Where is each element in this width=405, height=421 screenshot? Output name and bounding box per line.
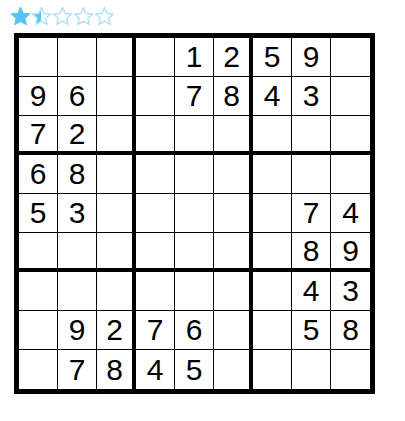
cell-r6c3[interactable] <box>97 233 136 272</box>
cell-r1c3[interactable] <box>97 38 136 77</box>
cell-r4c4[interactable] <box>136 155 175 194</box>
cell-r9c4[interactable]: 4 <box>136 350 175 389</box>
cell-r5c2[interactable]: 3 <box>58 194 97 233</box>
cell-r7c2[interactable] <box>58 272 97 311</box>
cell-r9c7[interactable] <box>253 350 292 389</box>
cell-r5c1[interactable]: 5 <box>19 194 58 233</box>
cell-r9c3[interactable]: 8 <box>97 350 136 389</box>
cell-r4c5[interactable] <box>175 155 214 194</box>
cell-r8c4[interactable]: 7 <box>136 311 175 350</box>
cell-r5c9[interactable]: 4 <box>331 194 370 233</box>
cell-r1c2[interactable] <box>58 38 97 77</box>
cell-r3c9[interactable] <box>331 116 370 155</box>
cell-r5c5[interactable] <box>175 194 214 233</box>
cell-r2c1[interactable]: 9 <box>19 77 58 116</box>
cell-r9c5[interactable]: 5 <box>175 350 214 389</box>
cell-r7c3[interactable] <box>97 272 136 311</box>
cell-r4c8[interactable] <box>292 155 331 194</box>
cell-r7c9[interactable]: 3 <box>331 272 370 311</box>
cell-r2c8[interactable]: 3 <box>292 77 331 116</box>
cell-r2c7[interactable]: 4 <box>253 77 292 116</box>
cell-r7c6[interactable] <box>214 272 253 311</box>
cell-r8c3[interactable]: 2 <box>97 311 136 350</box>
cell-r2c6[interactable]: 8 <box>214 77 253 116</box>
cell-r6c7[interactable] <box>253 233 292 272</box>
cell-r2c4[interactable] <box>136 77 175 116</box>
cell-r3c6[interactable] <box>214 116 253 155</box>
cell-r6c9[interactable]: 9 <box>331 233 370 272</box>
cell-r5c6[interactable] <box>214 194 253 233</box>
cell-r2c3[interactable] <box>97 77 136 116</box>
cell-r5c8[interactable]: 7 <box>292 194 331 233</box>
cell-r1c5[interactable]: 1 <box>175 38 214 77</box>
cell-r6c2[interactable] <box>58 233 97 272</box>
cell-r6c8[interactable]: 8 <box>292 233 331 272</box>
cell-r7c5[interactable] <box>175 272 214 311</box>
star-icon-empty <box>94 6 115 27</box>
cell-r7c7[interactable] <box>253 272 292 311</box>
cell-r1c6[interactable]: 2 <box>214 38 253 77</box>
cell-r2c5[interactable]: 7 <box>175 77 214 116</box>
cell-r3c4[interactable] <box>136 116 175 155</box>
cell-r3c2[interactable]: 2 <box>58 116 97 155</box>
cell-r8c5[interactable]: 6 <box>175 311 214 350</box>
cell-r5c7[interactable] <box>253 194 292 233</box>
cell-r1c7[interactable]: 5 <box>253 38 292 77</box>
cell-r3c5[interactable] <box>175 116 214 155</box>
cell-r6c4[interactable] <box>136 233 175 272</box>
cell-r4c6[interactable] <box>214 155 253 194</box>
cell-r7c1[interactable] <box>19 272 58 311</box>
cell-r4c2[interactable]: 8 <box>58 155 97 194</box>
cell-r2c2[interactable]: 6 <box>58 77 97 116</box>
cell-r5c3[interactable] <box>97 194 136 233</box>
cell-r4c1[interactable]: 6 <box>19 155 58 194</box>
sudoku-board: 12599678437268537489439276587845 <box>14 33 375 394</box>
star-icon-full <box>10 6 31 27</box>
cell-r8c2[interactable]: 9 <box>58 311 97 350</box>
cell-r7c4[interactable] <box>136 272 175 311</box>
cell-r3c7[interactable] <box>253 116 292 155</box>
cell-r6c6[interactable] <box>214 233 253 272</box>
cell-r8c6[interactable] <box>214 311 253 350</box>
cell-r1c1[interactable] <box>19 38 58 77</box>
cell-r3c1[interactable]: 7 <box>19 116 58 155</box>
cell-r8c8[interactable]: 5 <box>292 311 331 350</box>
star-icon-empty <box>73 6 94 27</box>
cell-r9c2[interactable]: 7 <box>58 350 97 389</box>
cell-r3c8[interactable] <box>292 116 331 155</box>
cell-r9c1[interactable] <box>19 350 58 389</box>
cell-r9c9[interactable] <box>331 350 370 389</box>
cell-r8c7[interactable] <box>253 311 292 350</box>
cell-r9c6[interactable] <box>214 350 253 389</box>
cell-r4c9[interactable] <box>331 155 370 194</box>
cell-r1c4[interactable] <box>136 38 175 77</box>
cell-r1c9[interactable] <box>331 38 370 77</box>
cell-r5c4[interactable] <box>136 194 175 233</box>
cell-r4c3[interactable] <box>97 155 136 194</box>
cell-r4c7[interactable] <box>253 155 292 194</box>
cell-r8c9[interactable]: 8 <box>331 311 370 350</box>
difficulty-rating <box>10 5 115 27</box>
cell-r6c1[interactable] <box>19 233 58 272</box>
cell-r8c1[interactable] <box>19 311 58 350</box>
cell-r2c9[interactable] <box>331 77 370 116</box>
star-icon-half <box>31 6 52 27</box>
cell-r3c3[interactable] <box>97 116 136 155</box>
sudoku-page: 12599678437268537489439276587845 <box>0 0 405 421</box>
cell-r6c5[interactable] <box>175 233 214 272</box>
cell-r7c8[interactable]: 4 <box>292 272 331 311</box>
cell-r1c8[interactable]: 9 <box>292 38 331 77</box>
cell-r9c8[interactable] <box>292 350 331 389</box>
star-icon-empty <box>52 6 73 27</box>
